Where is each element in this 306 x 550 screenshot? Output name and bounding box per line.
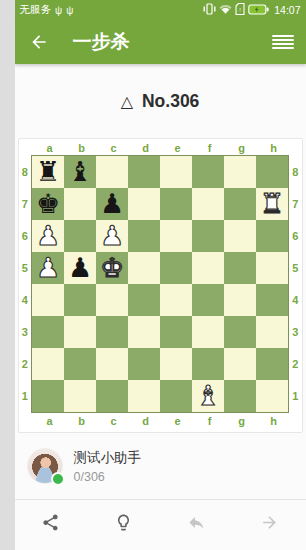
battery-icon [248, 4, 269, 17]
square-b5[interactable]: ♟ [64, 252, 96, 284]
app-screen: 无服务 ψ ψ ! 14:07 一步杀 [15, 0, 306, 550]
progress-counter: 0/306 [74, 470, 142, 484]
menu-button[interactable] [272, 32, 294, 53]
back-button[interactable] [27, 30, 51, 54]
rank-label-8: 8 [289, 156, 302, 188]
undo-button[interactable] [160, 500, 233, 544]
square-a8[interactable]: ♜ [32, 156, 64, 188]
rank-label-7: 7 [19, 188, 32, 220]
square-c1[interactable] [96, 380, 128, 412]
square-d1[interactable] [128, 380, 160, 412]
clock-label: 14:07 [274, 4, 300, 16]
file-label-h: h [258, 415, 290, 427]
square-f5[interactable] [192, 252, 224, 284]
file-label-f: f [194, 415, 226, 427]
square-e2[interactable] [160, 348, 192, 380]
square-e6[interactable] [160, 220, 192, 252]
app-bar: 一步杀 [15, 20, 306, 64]
piece-white-pawn[interactable]: ♟ [100, 220, 124, 252]
rank-label-5: 5 [289, 252, 302, 284]
square-f8[interactable] [192, 156, 224, 188]
rank-labels-right: 87654321 [289, 156, 302, 412]
undo-arrow-icon [187, 513, 206, 532]
file-label-d: d [130, 142, 162, 154]
square-g2[interactable] [224, 348, 256, 380]
piece-white-pawn[interactable]: ♟ [36, 252, 60, 284]
square-f3[interactable] [192, 316, 224, 348]
file-label-f: f [194, 142, 226, 154]
piece-white-king[interactable]: ♚ [100, 252, 124, 284]
piece-black-bishop[interactable]: ♝ [68, 156, 92, 188]
file-label-g: g [226, 142, 258, 154]
square-h8[interactable] [256, 156, 288, 188]
square-b6[interactable] [64, 220, 96, 252]
square-d6[interactable] [128, 220, 160, 252]
square-c4[interactable] [96, 284, 128, 316]
rank-label-6: 6 [289, 220, 302, 252]
page-title: 一步杀 [73, 29, 272, 55]
square-c3[interactable] [96, 316, 128, 348]
rank-label-5: 5 [19, 252, 32, 284]
rank-label-1: 1 [289, 380, 302, 412]
file-label-c: c [98, 415, 130, 427]
square-h6[interactable] [256, 220, 288, 252]
status-bar: 无服务 ψ ψ ! 14:07 [15, 0, 306, 20]
square-d7[interactable] [128, 188, 160, 220]
online-status-dot [51, 472, 65, 486]
square-d4[interactable] [128, 284, 160, 316]
carrier-label: 无服务 [20, 3, 52, 17]
white-to-move-icon: △ [121, 92, 133, 111]
square-f4[interactable] [192, 284, 224, 316]
square-b2[interactable] [64, 348, 96, 380]
file-label-e: e [162, 142, 194, 154]
file-label-b: b [66, 415, 98, 427]
square-f7[interactable] [192, 188, 224, 220]
forward-arrow-icon [260, 513, 279, 532]
square-f6[interactable] [192, 220, 224, 252]
square-g5[interactable] [224, 252, 256, 284]
square-h5[interactable] [256, 252, 288, 284]
piece-black-king[interactable]: ♚ [36, 188, 60, 220]
rank-label-2: 2 [289, 348, 302, 380]
lightbulb-icon [114, 513, 133, 532]
square-h3[interactable] [256, 316, 288, 348]
square-d8[interactable] [128, 156, 160, 188]
player-name: 测试小助手 [74, 449, 142, 467]
file-label-g: g [226, 415, 258, 427]
square-g8[interactable] [224, 156, 256, 188]
piece-black-pawn[interactable]: ♟ [100, 188, 124, 220]
square-h1[interactable] [256, 380, 288, 412]
share-icon [41, 513, 60, 532]
share-button[interactable] [15, 500, 88, 544]
rank-label-8: 8 [19, 156, 32, 188]
square-g6[interactable] [224, 220, 256, 252]
usb-icon: ψ [55, 5, 62, 16]
square-b8[interactable]: ♝ [64, 156, 96, 188]
wifi-icon [219, 4, 232, 17]
rank-label-7: 7 [289, 188, 302, 220]
player-card: 测试小助手 0/306 [15, 433, 306, 499]
square-a1[interactable] [32, 380, 64, 412]
file-label-e: e [162, 415, 194, 427]
puzzle-number-label: No.306 [142, 91, 199, 112]
piece-white-bishop[interactable]: ♝ [196, 380, 220, 412]
piece-black-pawn[interactable]: ♟ [68, 252, 92, 284]
square-e8[interactable] [160, 156, 192, 188]
chess-board-card: abcdefgh 87654321 ♜♝♚♟♜♟♟♟♟♚♝ 87654321 a… [18, 138, 303, 433]
square-e5[interactable] [160, 252, 192, 284]
hint-button[interactable] [87, 500, 160, 544]
square-c7[interactable]: ♟ [96, 188, 128, 220]
square-d2[interactable] [128, 348, 160, 380]
rank-label-4: 4 [19, 284, 32, 316]
rank-label-3: 3 [289, 316, 302, 348]
square-f1[interactable]: ♝ [192, 380, 224, 412]
square-a6[interactable]: ♟ [32, 220, 64, 252]
file-label-b: b [66, 142, 98, 154]
usb-icon: ψ [66, 5, 73, 16]
square-h2[interactable] [256, 348, 288, 380]
rank-label-2: 2 [19, 348, 32, 380]
bottom-toolbar [15, 499, 306, 544]
file-label-d: d [130, 415, 162, 427]
square-c6[interactable]: ♟ [96, 220, 128, 252]
square-c5[interactable]: ♚ [96, 252, 128, 284]
rank-label-3: 3 [19, 316, 32, 348]
file-label-c: c [98, 142, 130, 154]
rank-label-1: 1 [19, 380, 32, 412]
square-c8[interactable] [96, 156, 128, 188]
square-b4[interactable] [64, 284, 96, 316]
sim-icon: ! [235, 3, 245, 17]
forward-button[interactable] [233, 500, 306, 544]
square-b7[interactable] [64, 188, 96, 220]
square-d3[interactable] [128, 316, 160, 348]
square-d5[interactable] [128, 252, 160, 284]
file-labels-bottom: abcdefgh [34, 413, 302, 429]
square-e3[interactable] [160, 316, 192, 348]
chess-board: ♜♝♚♟♜♟♟♟♟♚♝ [31, 155, 289, 413]
square-e1[interactable] [160, 380, 192, 412]
square-a5[interactable]: ♟ [32, 252, 64, 284]
rank-labels-left: 87654321 [19, 156, 32, 412]
file-label-a: a [34, 415, 66, 427]
square-e4[interactable] [160, 284, 192, 316]
square-h4[interactable] [256, 284, 288, 316]
file-labels-top: abcdefgh [34, 140, 302, 155]
square-g3[interactable] [224, 316, 256, 348]
square-b1[interactable] [64, 380, 96, 412]
rank-label-6: 6 [19, 220, 32, 252]
square-e7[interactable] [160, 188, 192, 220]
square-h7[interactable]: ♜ [256, 188, 288, 220]
piece-white-pawn[interactable]: ♟ [36, 220, 60, 252]
square-f2[interactable] [192, 348, 224, 380]
square-a3[interactable] [32, 316, 64, 348]
square-a2[interactable] [32, 348, 64, 380]
puzzle-header: △ No.306 [15, 64, 306, 138]
square-g1[interactable] [224, 380, 256, 412]
vibrate-icon [203, 3, 216, 17]
square-a7[interactable]: ♚ [32, 188, 64, 220]
rank-label-4: 4 [289, 284, 302, 316]
svg-text:!: ! [239, 7, 241, 13]
square-g7[interactable] [224, 188, 256, 220]
square-b3[interactable] [64, 316, 96, 348]
square-g4[interactable] [224, 284, 256, 316]
file-label-a: a [34, 142, 66, 154]
square-c2[interactable] [96, 348, 128, 380]
piece-white-rook[interactable]: ♜ [260, 188, 284, 220]
file-label-h: h [258, 142, 290, 154]
square-a4[interactable] [32, 284, 64, 316]
piece-black-rook[interactable]: ♜ [36, 156, 60, 188]
